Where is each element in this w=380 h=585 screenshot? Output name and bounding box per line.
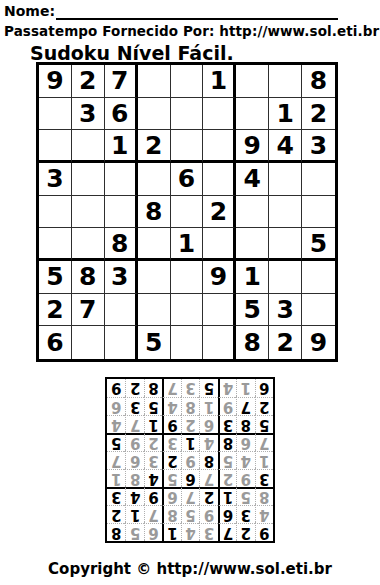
solution-cell-r1c3: 7 xyxy=(218,523,236,541)
puzzle-cell-r1c9: 8 xyxy=(302,65,335,98)
solution-cell-r5c4: 8 xyxy=(199,451,217,469)
puzzle-cell-r6c5: 1 xyxy=(171,228,204,261)
solution-cell-r2c8: 1 xyxy=(125,505,143,523)
solution-cell-r8c8: 3 xyxy=(125,397,143,415)
solution-cell-r9c3: 4 xyxy=(218,379,236,397)
puzzle-cell-r9c1: 6 xyxy=(39,326,72,359)
solution-cell-r4c1: 3 xyxy=(255,469,273,487)
puzzle-cell-r4c8[interactable] xyxy=(269,163,302,196)
puzzle-cell-r9c4: 5 xyxy=(138,326,171,359)
puzzle-cell-r3c1[interactable] xyxy=(39,130,72,163)
header: Nome: Passatempo Fornecido Por: http://w… xyxy=(4,3,340,64)
solution-cell-r8c9: 6 xyxy=(107,397,125,415)
puzzle-cell-r4c7: 4 xyxy=(236,163,269,196)
provided-by-text: Passatempo Fornecido Por: http://www.sol… xyxy=(4,23,340,39)
puzzle-cell-r2c5[interactable] xyxy=(171,98,204,131)
solution-cell-r9c5: 3 xyxy=(181,379,199,397)
puzzle-cell-r4c4[interactable] xyxy=(138,163,171,196)
puzzle-cell-r1c8[interactable] xyxy=(269,65,302,98)
solution-cell-r7c1: 5 xyxy=(255,415,273,433)
puzzle-cell-r4c5: 6 xyxy=(171,163,204,196)
puzzle-cell-r5c2[interactable] xyxy=(72,196,105,229)
puzzle-cell-r4c6[interactable] xyxy=(203,163,236,196)
puzzle-cell-r2c1[interactable] xyxy=(39,98,72,131)
solution-cell-r9c2: 1 xyxy=(236,379,254,397)
puzzle-cell-r1c2: 2 xyxy=(72,65,105,98)
puzzle-cell-r4c9[interactable] xyxy=(302,163,335,196)
solution-cell-r2c3: 6 xyxy=(218,505,236,523)
solution-grid: 9273416584369587128512769433927654811458… xyxy=(105,377,275,543)
puzzle-cell-r9c3[interactable] xyxy=(105,326,138,359)
puzzle-cell-r8c6[interactable] xyxy=(203,294,236,327)
puzzle-cell-r9c8: 2 xyxy=(269,326,302,359)
solution-cell-r1c9: 8 xyxy=(107,523,125,541)
solution-cell-r3c6: 6 xyxy=(162,487,180,505)
solution-cell-r1c2: 2 xyxy=(236,523,254,541)
puzzle-cell-r5c8[interactable] xyxy=(269,196,302,229)
solution-cell-r1c7: 6 xyxy=(144,523,162,541)
solution-cell-r3c2: 5 xyxy=(236,487,254,505)
puzzle-cell-r5c9[interactable] xyxy=(302,196,335,229)
solution-cell-r6c6: 3 xyxy=(162,433,180,451)
puzzle-cell-r1c5[interactable] xyxy=(171,65,204,98)
solution-cell-r9c9: 9 xyxy=(107,379,125,397)
solution-cell-r6c4: 4 xyxy=(199,433,217,451)
solution-cell-r2c9: 2 xyxy=(107,505,125,523)
puzzle-cell-r3c2[interactable] xyxy=(72,130,105,163)
puzzle-cell-r8c8: 3 xyxy=(269,294,302,327)
puzzle-cell-r8c5[interactable] xyxy=(171,294,204,327)
puzzle-cell-r2c8: 1 xyxy=(269,98,302,131)
solution-cell-r9c1: 6 xyxy=(255,379,273,397)
solution-cell-r4c5: 6 xyxy=(181,469,199,487)
puzzle-cell-r7c5[interactable] xyxy=(171,261,204,294)
puzzle-cell-r7c9[interactable] xyxy=(302,261,335,294)
solution-cell-r5c7: 3 xyxy=(144,451,162,469)
puzzle-cell-r2c3: 6 xyxy=(105,98,138,131)
solution-cell-r2c7: 7 xyxy=(144,505,162,523)
puzzle-cell-r5c7[interactable] xyxy=(236,196,269,229)
solution-cell-r6c9: 5 xyxy=(107,433,125,451)
puzzle-cell-r7c1: 5 xyxy=(39,261,72,294)
solution-cell-r8c6: 4 xyxy=(162,397,180,415)
puzzle-cell-r7c4[interactable] xyxy=(138,261,171,294)
puzzle-cell-r1c3: 7 xyxy=(105,65,138,98)
puzzle-cell-r5c4: 8 xyxy=(138,196,171,229)
solution-cell-r4c4: 7 xyxy=(199,469,217,487)
solution-cell-r6c1: 7 xyxy=(255,433,273,451)
puzzle-cell-r8c9[interactable] xyxy=(302,294,335,327)
solution-cell-r4c8: 8 xyxy=(125,469,143,487)
solution-cell-r4c3: 2 xyxy=(218,469,236,487)
solution-cell-r2c5: 5 xyxy=(181,505,199,523)
solution-cell-r3c4: 2 xyxy=(199,487,217,505)
puzzle-cell-r2c9: 2 xyxy=(302,98,335,131)
puzzle-cell-r6c3: 8 xyxy=(105,228,138,261)
puzzle-cell-r9c5[interactable] xyxy=(171,326,204,359)
name-row: Nome: xyxy=(4,3,340,20)
solution-cell-r8c1: 2 xyxy=(255,397,273,415)
solution-cell-r3c3: 1 xyxy=(218,487,236,505)
puzzle-cell-r8c7: 5 xyxy=(236,294,269,327)
puzzle-cell-r1c7[interactable] xyxy=(236,65,269,98)
puzzle-cell-r9c9: 9 xyxy=(302,326,335,359)
solution-cell-r8c4: 1 xyxy=(199,397,217,415)
solution-cell-r4c2: 9 xyxy=(236,469,254,487)
puzzle-cell-r9c7: 8 xyxy=(236,326,269,359)
solution-cell-r6c5: 1 xyxy=(181,433,199,451)
puzzle-cell-r2c6[interactable] xyxy=(203,98,236,131)
puzzle-cell-r4c3[interactable] xyxy=(105,163,138,196)
solution-cell-r9c4: 5 xyxy=(199,379,217,397)
solution-cell-r5c8: 6 xyxy=(125,451,143,469)
solution-cell-r9c7: 8 xyxy=(144,379,162,397)
puzzle-cell-r2c7[interactable] xyxy=(236,98,269,131)
puzzle-cell-r5c1[interactable] xyxy=(39,196,72,229)
solution-cell-r5c6: 2 xyxy=(162,451,180,469)
puzzle-cell-r8c1: 2 xyxy=(39,294,72,327)
solution-cell-r9c8: 2 xyxy=(125,379,143,397)
puzzle-cell-r6c1[interactable] xyxy=(39,228,72,261)
puzzle-cell-r3c4: 2 xyxy=(138,130,171,163)
solution-cell-r8c7: 5 xyxy=(144,397,162,415)
puzzle-cell-r1c1: 9 xyxy=(39,65,72,98)
solution-cell-r6c8: 9 xyxy=(125,433,143,451)
solution-cell-r3c8: 4 xyxy=(125,487,143,505)
solution-cell-r1c4: 3 xyxy=(199,523,217,541)
puzzle-cell-r7c2: 8 xyxy=(72,261,105,294)
solution-cell-r7c2: 8 xyxy=(236,415,254,433)
solution-cell-r7c6: 9 xyxy=(162,415,180,433)
solution-cell-r1c6: 1 xyxy=(162,523,180,541)
solution-cell-r5c1: 1 xyxy=(255,451,273,469)
solution-cell-r5c9: 7 xyxy=(107,451,125,469)
solution-cell-r2c1: 4 xyxy=(255,505,273,523)
puzzle-cell-r6c4[interactable] xyxy=(138,228,171,261)
solution-cell-r7c9: 4 xyxy=(107,415,125,433)
puzzle-cell-r7c6: 9 xyxy=(203,261,236,294)
puzzle-cell-r1c4[interactable] xyxy=(138,65,171,98)
solution-cell-r1c8: 5 xyxy=(125,523,143,541)
puzzle-cell-r5c5[interactable] xyxy=(171,196,204,229)
solution-cell-r4c9: 1 xyxy=(107,469,125,487)
puzzle-cell-r6c9: 5 xyxy=(302,228,335,261)
puzzle-cell-r3c9: 3 xyxy=(302,130,335,163)
solution-cell-r5c3: 5 xyxy=(218,451,236,469)
puzzle-cell-r8c3[interactable] xyxy=(105,294,138,327)
puzzle-cell-r7c3: 3 xyxy=(105,261,138,294)
solution-cell-r2c2: 3 xyxy=(236,505,254,523)
name-label: Nome: xyxy=(4,3,55,20)
puzzle-cell-r5c6: 2 xyxy=(203,196,236,229)
puzzle-cell-r3c5[interactable] xyxy=(171,130,204,163)
name-blank-line xyxy=(56,3,338,20)
solution-cell-r7c5: 2 xyxy=(181,415,199,433)
puzzle-cell-r8c4[interactable] xyxy=(138,294,171,327)
solution-cell-r2c4: 9 xyxy=(199,505,217,523)
puzzle-cell-r6c7[interactable] xyxy=(236,228,269,261)
puzzle-cell-r8c2: 7 xyxy=(72,294,105,327)
puzzle-cell-r9c2[interactable] xyxy=(72,326,105,359)
solution-cell-r7c8: 7 xyxy=(125,415,143,433)
solution-cell-r1c1: 9 xyxy=(255,523,273,541)
solution-cell-r4c7: 4 xyxy=(144,469,162,487)
solution-cell-r5c2: 4 xyxy=(236,451,254,469)
solution-cell-r1c5: 4 xyxy=(181,523,199,541)
copyright-text: Copyright © http://www.sol.eti.br xyxy=(0,560,380,578)
puzzle-cell-r1c6: 1 xyxy=(203,65,236,98)
solution-cell-r9c6: 7 xyxy=(162,379,180,397)
solution-cell-r2c6: 8 xyxy=(162,505,180,523)
solution-cell-r7c4: 6 xyxy=(199,415,217,433)
page-title: Sudoku Nível Fácil. xyxy=(30,42,340,64)
solution-cell-r4c6: 5 xyxy=(162,469,180,487)
solution-cell-r6c3: 8 xyxy=(218,433,236,451)
solution-cell-r6c7: 2 xyxy=(144,433,162,451)
puzzle-cell-r3c8: 4 xyxy=(269,130,302,163)
puzzle-cell-r6c6[interactable] xyxy=(203,228,236,261)
puzzle-grid: 927183612129433648281558391275365829 xyxy=(36,62,338,362)
puzzle-cell-r7c7: 1 xyxy=(236,261,269,294)
puzzle-cell-r2c2: 3 xyxy=(72,98,105,131)
puzzle-cell-r3c7: 9 xyxy=(236,130,269,163)
solution-cell-r3c5: 7 xyxy=(181,487,199,505)
solution-cell-r5c5: 9 xyxy=(181,451,199,469)
solution-cell-r8c5: 8 xyxy=(181,397,199,415)
solution-cell-r6c2: 6 xyxy=(236,433,254,451)
solution-cell-r3c7: 9 xyxy=(144,487,162,505)
solution-cell-r8c2: 7 xyxy=(236,397,254,415)
solution-cell-r3c9: 3 xyxy=(107,487,125,505)
puzzle-cell-r4c1: 3 xyxy=(39,163,72,196)
puzzle-cell-r9c6[interactable] xyxy=(203,326,236,359)
solution-cell-r3c1: 8 xyxy=(255,487,273,505)
puzzle-cell-r6c2[interactable] xyxy=(72,228,105,261)
puzzle-cell-r3c6[interactable] xyxy=(203,130,236,163)
solution-cell-r7c7: 1 xyxy=(144,415,162,433)
puzzle-cell-r2c4[interactable] xyxy=(138,98,171,131)
solution-cell-r8c3: 9 xyxy=(218,397,236,415)
puzzle-cell-r4c2[interactable] xyxy=(72,163,105,196)
puzzle-cell-r7c8[interactable] xyxy=(269,261,302,294)
puzzle-cell-r5c3[interactable] xyxy=(105,196,138,229)
puzzle-cell-r3c3: 1 xyxy=(105,130,138,163)
puzzle-cell-r6c8[interactable] xyxy=(269,228,302,261)
solution-cell-r7c3: 3 xyxy=(218,415,236,433)
